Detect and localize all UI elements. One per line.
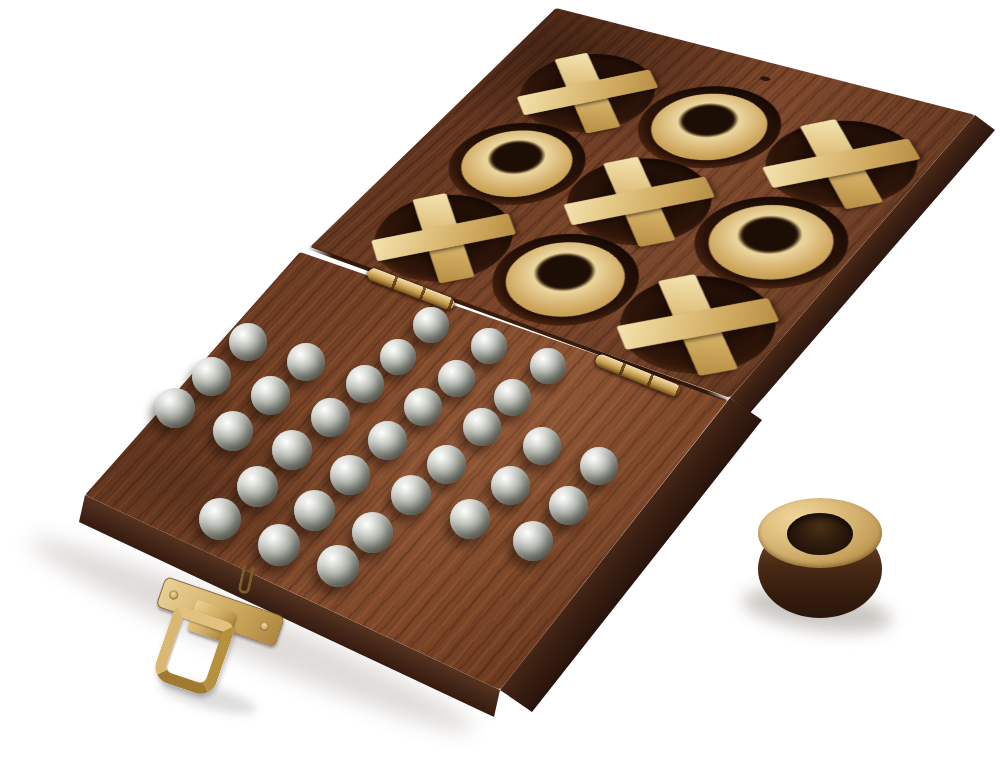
solitaire-ball-r3c3[interactable] [404, 388, 442, 426]
solitaire-ball-r5c3[interactable] [330, 455, 370, 495]
solitaire-ball-r3c2[interactable] [346, 365, 384, 403]
solitaire-ball-r4c3[interactable] [368, 421, 407, 460]
solitaire-ball-r5c6[interactable] [513, 521, 553, 561]
solitaire-ball-r4c1[interactable] [251, 376, 290, 415]
solitaire-ball-r4c4[interactable] [427, 445, 466, 484]
solitaire-ball-r3c1[interactable] [287, 343, 325, 381]
solitaire-ball-r2c4[interactable] [494, 379, 531, 416]
solitaire-ball-r4c2[interactable] [311, 398, 350, 437]
clasp-screw-icon [168, 589, 179, 600]
solitaire-ball-r5c1[interactable] [213, 411, 253, 451]
solitaire-ball-r2c3[interactable] [438, 360, 475, 397]
solitaire-ball-r7c3[interactable] [258, 524, 300, 566]
solitaire-ball-r4c5[interactable] [491, 466, 530, 505]
loose-o-piece[interactable] [758, 498, 882, 620]
solitaire-ball-r1c4[interactable] [530, 348, 566, 384]
solitaire-ball-r1c2[interactable] [413, 307, 449, 343]
solitaire-ball-r5c5[interactable] [450, 499, 490, 539]
solitaire-ball-r7c2[interactable] [199, 498, 241, 540]
solitaire-ball-r6c2[interactable] [237, 466, 278, 507]
solitaire-ball-r3c5[interactable] [523, 427, 561, 465]
solitaire-ball-r2c2[interactable] [380, 339, 416, 375]
product-photo-scene [0, 0, 1000, 757]
solitaire-ball-r6c3[interactable] [294, 490, 335, 531]
solitaire-ball-r3c0[interactable] [229, 323, 267, 361]
clasp-screw-icon [259, 621, 270, 632]
solitaire-ball-r5c0[interactable] [155, 388, 195, 428]
solitaire-ball-r3c4[interactable] [463, 408, 501, 446]
solitaire-ball-r5c2[interactable] [272, 430, 312, 470]
solitaire-ball-r6c4[interactable] [352, 512, 393, 553]
solitaire-ball-r5c4[interactable] [391, 475, 431, 515]
solitaire-ball-r4c0[interactable] [192, 357, 231, 396]
solitaire-ball-r3c6[interactable] [580, 447, 618, 485]
solitaire-ball-r7c4[interactable] [317, 545, 359, 587]
o-piece-hole [787, 513, 853, 555]
wood-knot [759, 76, 772, 82]
solitaire-ball-r1c3[interactable] [471, 328, 507, 364]
solitaire-ball-r4c6[interactable] [549, 486, 588, 525]
